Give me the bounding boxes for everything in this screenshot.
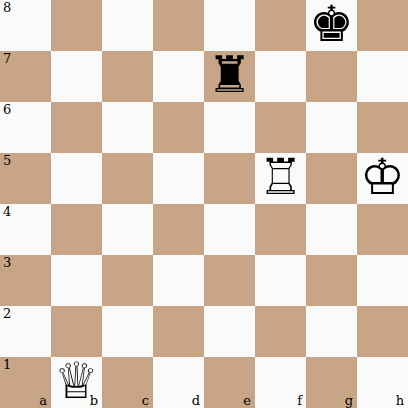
square-h5[interactable]: ♔ — [357, 153, 408, 204]
piece-black-king[interactable]: ♚ — [309, 0, 354, 50]
file-label-h: h — [396, 393, 404, 408]
square-c6[interactable] — [102, 102, 153, 153]
square-a3[interactable]: 3 — [0, 255, 51, 306]
piece-white-queen[interactable]: ♕ — [54, 356, 99, 407]
file-label-g: g — [345, 393, 353, 408]
square-g5[interactable] — [306, 153, 357, 204]
square-h3[interactable] — [357, 255, 408, 306]
square-f3[interactable] — [255, 255, 306, 306]
square-e5[interactable] — [204, 153, 255, 204]
rank-label-4: 4 — [3, 204, 11, 220]
square-e1[interactable]: e — [204, 357, 255, 408]
square-e4[interactable] — [204, 204, 255, 255]
square-d8[interactable] — [153, 0, 204, 51]
square-d4[interactable] — [153, 204, 204, 255]
rank-label-1: 1 — [3, 357, 11, 373]
square-d1[interactable]: d — [153, 357, 204, 408]
square-f1[interactable]: f — [255, 357, 306, 408]
square-e7[interactable]: ♜ — [204, 51, 255, 102]
file-label-d: d — [192, 393, 200, 408]
square-a1[interactable]: 1a — [0, 357, 51, 408]
square-c5[interactable] — [102, 153, 153, 204]
square-d6[interactable] — [153, 102, 204, 153]
chess-board: 8♚7♜65♖♔4321ab♕cdefgh — [0, 0, 408, 408]
square-f5[interactable]: ♖ — [255, 153, 306, 204]
square-b3[interactable] — [51, 255, 102, 306]
square-b5[interactable] — [51, 153, 102, 204]
square-c4[interactable] — [102, 204, 153, 255]
square-b2[interactable] — [51, 306, 102, 357]
square-e6[interactable] — [204, 102, 255, 153]
square-c3[interactable] — [102, 255, 153, 306]
square-c8[interactable] — [102, 0, 153, 51]
square-a2[interactable]: 2 — [0, 306, 51, 357]
square-g3[interactable] — [306, 255, 357, 306]
square-b4[interactable] — [51, 204, 102, 255]
piece-white-king[interactable]: ♔ — [360, 152, 405, 203]
square-d5[interactable] — [153, 153, 204, 204]
file-label-f: f — [297, 393, 302, 408]
rank-label-8: 8 — [3, 0, 11, 16]
file-label-e: e — [243, 393, 251, 408]
square-a6[interactable]: 6 — [0, 102, 51, 153]
square-e8[interactable] — [204, 0, 255, 51]
square-f6[interactable] — [255, 102, 306, 153]
square-g8[interactable]: ♚ — [306, 0, 357, 51]
file-label-a: a — [39, 393, 47, 408]
square-h6[interactable] — [357, 102, 408, 153]
piece-white-rook[interactable]: ♖ — [258, 152, 303, 203]
rank-label-6: 6 — [3, 102, 11, 118]
square-a4[interactable]: 4 — [0, 204, 51, 255]
square-h4[interactable] — [357, 204, 408, 255]
square-g1[interactable]: g — [306, 357, 357, 408]
square-d3[interactable] — [153, 255, 204, 306]
rank-label-2: 2 — [3, 306, 11, 322]
square-f8[interactable] — [255, 0, 306, 51]
square-f7[interactable] — [255, 51, 306, 102]
rank-label-3: 3 — [3, 255, 11, 271]
square-b6[interactable] — [51, 102, 102, 153]
square-b1[interactable]: b♕ — [51, 357, 102, 408]
square-b7[interactable] — [51, 51, 102, 102]
square-c2[interactable] — [102, 306, 153, 357]
file-label-c: c — [142, 393, 149, 408]
square-e2[interactable] — [204, 306, 255, 357]
square-a5[interactable]: 5 — [0, 153, 51, 204]
square-g2[interactable] — [306, 306, 357, 357]
square-a8[interactable]: 8 — [0, 0, 51, 51]
rank-label-7: 7 — [3, 51, 11, 67]
rank-label-5: 5 — [3, 153, 11, 169]
square-g6[interactable] — [306, 102, 357, 153]
square-c1[interactable]: c — [102, 357, 153, 408]
square-d2[interactable] — [153, 306, 204, 357]
square-g7[interactable] — [306, 51, 357, 102]
square-d7[interactable] — [153, 51, 204, 102]
square-b8[interactable] — [51, 0, 102, 51]
square-c7[interactable] — [102, 51, 153, 102]
square-h2[interactable] — [357, 306, 408, 357]
square-f2[interactable] — [255, 306, 306, 357]
square-h7[interactable] — [357, 51, 408, 102]
square-f4[interactable] — [255, 204, 306, 255]
square-h8[interactable] — [357, 0, 408, 51]
square-a7[interactable]: 7 — [0, 51, 51, 102]
piece-black-rook[interactable]: ♜ — [207, 50, 252, 101]
square-e3[interactable] — [204, 255, 255, 306]
square-h1[interactable]: h — [357, 357, 408, 408]
square-g4[interactable] — [306, 204, 357, 255]
